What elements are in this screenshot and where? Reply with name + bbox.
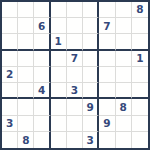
cell-r6c2[interactable] — [18, 83, 34, 99]
cell-r7c3[interactable] — [34, 99, 50, 115]
cell-r5c3[interactable] — [34, 67, 50, 83]
cell-r4c3[interactable] — [34, 51, 50, 67]
cell-r4c5[interactable]: 7 — [67, 51, 83, 67]
cell-r7c4[interactable] — [51, 99, 67, 115]
cell-r2c7[interactable]: 7 — [99, 18, 115, 34]
cell-r8c6[interactable] — [83, 116, 99, 132]
cell-r8c3[interactable] — [34, 116, 50, 132]
cell-r9c5[interactable] — [67, 132, 83, 148]
cell-r1c1[interactable] — [2, 2, 18, 18]
cell-r5c6[interactable] — [83, 67, 99, 83]
cell-r1c7[interactable] — [99, 2, 115, 18]
cell-r6c7[interactable] — [99, 83, 115, 99]
cell-r9c9[interactable] — [132, 132, 148, 148]
cell-r3c1[interactable] — [2, 34, 18, 50]
cell-r6c4[interactable] — [51, 83, 67, 99]
cell-r1c9[interactable]: 8 — [132, 2, 148, 18]
cell-r3c8[interactable] — [116, 34, 132, 50]
cell-r8c5[interactable] — [67, 116, 83, 132]
cell-r1c6[interactable] — [83, 2, 99, 18]
cell-r2c1[interactable] — [2, 18, 18, 34]
cell-r4c8[interactable] — [116, 51, 132, 67]
cell-r8c4[interactable] — [51, 116, 67, 132]
cell-r4c4[interactable] — [51, 51, 67, 67]
cell-r8c8[interactable] — [116, 116, 132, 132]
cell-r6c5[interactable]: 3 — [67, 83, 83, 99]
cell-r6c9[interactable] — [132, 83, 148, 99]
cell-r9c4[interactable] — [51, 132, 67, 148]
cell-r9c1[interactable] — [2, 132, 18, 148]
cell-r5c4[interactable] — [51, 67, 67, 83]
cell-r3c7[interactable] — [99, 34, 115, 50]
cell-r7c1[interactable] — [2, 99, 18, 115]
cell-r4c2[interactable] — [18, 51, 34, 67]
cell-r6c6[interactable] — [83, 83, 99, 99]
cell-r9c8[interactable] — [116, 132, 132, 148]
cell-r2c8[interactable] — [116, 18, 132, 34]
cell-r1c2[interactable] — [18, 2, 34, 18]
cell-r5c8[interactable] — [116, 67, 132, 83]
cell-r4c6[interactable] — [83, 51, 99, 67]
cell-r4c9[interactable]: 1 — [132, 51, 148, 67]
cell-r7c2[interactable] — [18, 99, 34, 115]
cell-r1c5[interactable] — [67, 2, 83, 18]
cell-r3c3[interactable] — [34, 34, 50, 50]
cell-r6c1[interactable] — [2, 83, 18, 99]
cell-r2c4[interactable] — [51, 18, 67, 34]
cell-r8c1[interactable]: 3 — [2, 116, 18, 132]
cell-r5c2[interactable] — [18, 67, 34, 83]
cell-r4c7[interactable] — [99, 51, 115, 67]
cell-r9c7[interactable] — [99, 132, 115, 148]
cell-r3c4[interactable]: 1 — [51, 34, 67, 50]
cell-r8c2[interactable] — [18, 116, 34, 132]
cell-r7c7[interactable] — [99, 99, 115, 115]
cell-r2c9[interactable] — [132, 18, 148, 34]
cell-r4c1[interactable] — [2, 51, 18, 67]
cell-r1c8[interactable] — [116, 2, 132, 18]
cell-r2c5[interactable] — [67, 18, 83, 34]
cell-r9c6[interactable]: 3 — [83, 132, 99, 148]
cell-r3c6[interactable] — [83, 34, 99, 50]
cell-r7c6[interactable]: 9 — [83, 99, 99, 115]
cell-r5c1[interactable]: 2 — [2, 67, 18, 83]
cell-r9c2[interactable]: 8 — [18, 132, 34, 148]
cell-r2c6[interactable] — [83, 18, 99, 34]
cell-r7c5[interactable] — [67, 99, 83, 115]
cell-r3c2[interactable] — [18, 34, 34, 50]
cell-r3c9[interactable] — [132, 34, 148, 50]
cell-r7c9[interactable] — [132, 99, 148, 115]
cell-r2c3[interactable]: 6 — [34, 18, 50, 34]
cell-r5c9[interactable] — [132, 67, 148, 83]
cell-r5c5[interactable] — [67, 67, 83, 83]
cell-r6c3[interactable]: 4 — [34, 83, 50, 99]
sudoku-board: 867171243983983 — [0, 0, 150, 150]
cell-r7c8[interactable]: 8 — [116, 99, 132, 115]
cell-r1c4[interactable] — [51, 2, 67, 18]
cell-r5c7[interactable] — [99, 67, 115, 83]
cell-r3c5[interactable] — [67, 34, 83, 50]
cell-r8c7[interactable]: 9 — [99, 116, 115, 132]
cell-r1c3[interactable] — [34, 2, 50, 18]
cell-r9c3[interactable] — [34, 132, 50, 148]
cell-r8c9[interactable] — [132, 116, 148, 132]
cell-r6c8[interactable] — [116, 83, 132, 99]
cell-r2c2[interactable] — [18, 18, 34, 34]
